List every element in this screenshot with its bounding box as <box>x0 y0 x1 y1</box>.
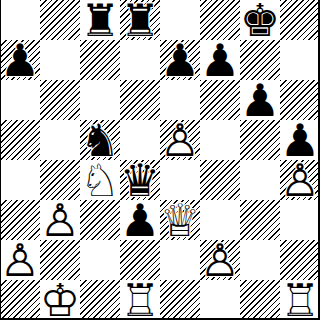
white-king-icon: ♔ <box>40 280 80 320</box>
square-f7[interactable]: ♟♟ <box>200 40 240 80</box>
square-h8[interactable] <box>280 0 320 40</box>
square-h3[interactable] <box>280 200 320 240</box>
square-f5[interactable] <box>200 120 240 160</box>
square-e2[interactable] <box>160 240 200 280</box>
white-pawn-icon: ♙ <box>160 120 200 160</box>
square-a5[interactable] <box>0 120 40 160</box>
piece-black-pawn[interactable]: ♟♟ <box>120 200 160 240</box>
piece-white-rook[interactable]: ♜♖ <box>120 280 160 320</box>
piece-white-pawn[interactable]: ♟♙ <box>160 120 200 160</box>
white-pawn-icon: ♙ <box>280 160 320 200</box>
piece-black-rook[interactable]: ♜♜ <box>120 0 160 40</box>
square-d3[interactable]: ♟♟ <box>120 200 160 240</box>
square-c1[interactable] <box>80 280 120 320</box>
square-g1[interactable] <box>240 280 280 320</box>
black-rook-icon: ♜ <box>120 0 160 40</box>
piece-white-pawn[interactable]: ♟♙ <box>0 240 40 280</box>
square-h4[interactable]: ♟♙ <box>280 160 320 200</box>
square-e3[interactable]: ♛♕ <box>160 200 200 240</box>
square-c2[interactable] <box>80 240 120 280</box>
piece-white-pawn[interactable]: ♟♙ <box>40 200 80 240</box>
piece-black-pawn[interactable]: ♟♟ <box>0 40 40 80</box>
square-e5[interactable]: ♟♙ <box>160 120 200 160</box>
piece-white-queen[interactable]: ♛♕ <box>160 200 200 240</box>
square-f2[interactable]: ♟♙ <box>200 240 240 280</box>
square-h7[interactable] <box>280 40 320 80</box>
square-g4[interactable] <box>240 160 280 200</box>
black-pawn-icon: ♟ <box>200 40 240 80</box>
square-e1[interactable] <box>160 280 200 320</box>
square-h1[interactable]: ♜♖ <box>280 280 320 320</box>
piece-white-pawn[interactable]: ♟♙ <box>200 240 240 280</box>
black-pawn-icon: ♟ <box>120 200 160 240</box>
black-rook-icon: ♜ <box>80 0 120 40</box>
chess-board: ♜♜♜♜♚♚♟♟♟♟♟♟♟♟♞♞♟♙♟♟♞♘♛♛♟♙♟♙♟♟♛♕♟♙♟♙♚♔♜♖… <box>0 0 320 320</box>
black-pawn-icon: ♟ <box>0 40 40 80</box>
square-d1[interactable]: ♜♖ <box>120 280 160 320</box>
square-g3[interactable] <box>240 200 280 240</box>
square-g6[interactable]: ♟♟ <box>240 80 280 120</box>
piece-white-knight[interactable]: ♞♘ <box>80 160 120 200</box>
square-b7[interactable] <box>40 40 80 80</box>
square-d7[interactable] <box>120 40 160 80</box>
square-g5[interactable] <box>240 120 280 160</box>
square-c3[interactable] <box>80 200 120 240</box>
square-b3[interactable]: ♟♙ <box>40 200 80 240</box>
square-b1[interactable]: ♚♔ <box>40 280 80 320</box>
piece-black-pawn[interactable]: ♟♟ <box>240 80 280 120</box>
square-a6[interactable] <box>0 80 40 120</box>
square-f1[interactable] <box>200 280 240 320</box>
square-e7[interactable]: ♟♟ <box>160 40 200 80</box>
square-g2[interactable] <box>240 240 280 280</box>
square-a4[interactable] <box>0 160 40 200</box>
white-knight-icon: ♘ <box>80 160 120 200</box>
square-b6[interactable] <box>40 80 80 120</box>
square-d8[interactable]: ♜♜ <box>120 0 160 40</box>
square-a7[interactable]: ♟♟ <box>0 40 40 80</box>
white-pawn-icon: ♙ <box>200 240 240 280</box>
black-pawn-icon: ♟ <box>160 40 200 80</box>
square-g8[interactable]: ♚♚ <box>240 0 280 40</box>
black-king-icon: ♚ <box>240 0 280 40</box>
piece-black-pawn[interactable]: ♟♟ <box>200 40 240 80</box>
white-queen-icon: ♕ <box>160 200 200 240</box>
square-d6[interactable] <box>120 80 160 120</box>
white-pawn-icon: ♙ <box>0 240 40 280</box>
white-pawn-icon: ♙ <box>40 200 80 240</box>
piece-white-rook[interactable]: ♜♖ <box>280 280 320 320</box>
square-a2[interactable]: ♟♙ <box>0 240 40 280</box>
square-c4[interactable]: ♞♘ <box>80 160 120 200</box>
square-a1[interactable] <box>0 280 40 320</box>
square-b8[interactable] <box>40 0 80 40</box>
square-f4[interactable] <box>200 160 240 200</box>
piece-black-rook[interactable]: ♜♜ <box>80 0 120 40</box>
white-rook-icon: ♖ <box>280 280 320 320</box>
piece-white-king[interactable]: ♚♔ <box>40 280 80 320</box>
square-b5[interactable] <box>40 120 80 160</box>
piece-black-king[interactable]: ♚♚ <box>240 0 280 40</box>
piece-white-pawn[interactable]: ♟♙ <box>280 160 320 200</box>
piece-black-pawn[interactable]: ♟♟ <box>160 40 200 80</box>
black-pawn-icon: ♟ <box>240 80 280 120</box>
square-c8[interactable]: ♜♜ <box>80 0 120 40</box>
square-c7[interactable] <box>80 40 120 80</box>
square-f6[interactable] <box>200 80 240 120</box>
white-rook-icon: ♖ <box>120 280 160 320</box>
